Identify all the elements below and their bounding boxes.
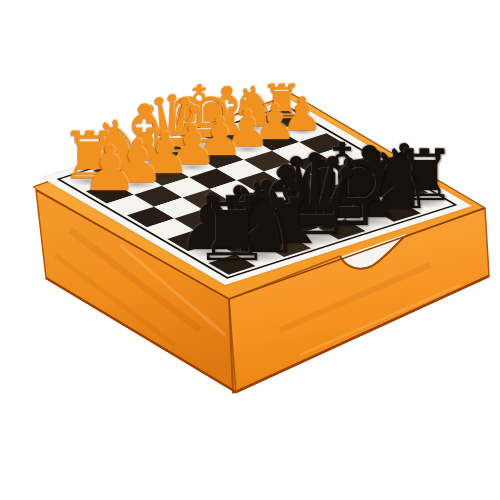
chess-box-photo: ♜♞♝♛♚♝♞♜♟♟♟♟♟♟♟♟♟♟♟♟♟♟♟♟♜♞♝♛♚♝♞♜ (0, 0, 500, 500)
piece-orange-pawn-a2: ♟ (79, 138, 141, 200)
piece-black-rook-a8: ♜ (188, 186, 277, 275)
